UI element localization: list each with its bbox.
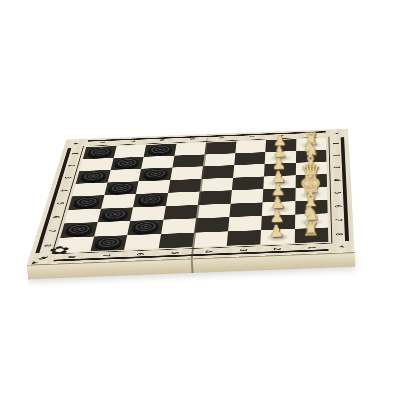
square[interactable] [97, 207, 133, 222]
corner-arrow-icon: ➤ [333, 132, 342, 135]
checker-piece[interactable] [80, 171, 107, 182]
coordinate-label: 4 [321, 177, 353, 183]
coordinate-label: 5 [321, 190, 353, 196]
square[interactable] [263, 175, 295, 189]
square[interactable] [161, 218, 196, 233]
square[interactable] [101, 194, 136, 208]
square[interactable] [165, 192, 199, 206]
square[interactable] [133, 193, 168, 207]
flower-icon: ✿ [49, 244, 70, 257]
board-face: 87654321 87654321 12345678 12345678 ✿ ❧ … [27, 129, 355, 265]
checker-piece[interactable] [64, 224, 93, 236]
checker-piece[interactable] [101, 209, 129, 221]
perspective-wrapper: 87654321 87654321 12345678 12345678 ✿ ❧ … [14, 0, 354, 265]
board-face-grid [56, 138, 328, 252]
checker-piece[interactable] [114, 158, 140, 168]
corner-arrow-icon: ➤ [71, 142, 80, 145]
square[interactable] [94, 221, 130, 236]
square[interactable] [261, 215, 295, 230]
checker-piece[interactable] [131, 221, 159, 233]
checker-piece[interactable] [108, 182, 135, 193]
coordinate-label: 4 [217, 132, 227, 144]
coordinate-label: 3 [247, 131, 256, 143]
square[interactable] [230, 189, 263, 203]
labels-right: 12345678 [330, 137, 345, 241]
coordinate-label: 5 [186, 133, 196, 145]
square[interactable] [263, 188, 296, 202]
product-photo-scene: 87654321 87654321 12345678 12345678 ✿ ❧ … [0, 0, 400, 400]
game-board: 87654321 87654321 12345678 12345678 ✿ ❧ … [27, 129, 355, 265]
checker-piece[interactable] [72, 196, 100, 207]
checker-piece[interactable] [137, 194, 164, 205]
fold-seam-side [191, 259, 194, 273]
square[interactable] [262, 201, 295, 216]
camera-tilt-wrapper: 87654321 87654321 12345678 12345678 ✿ ❧ … [0, 0, 400, 400]
square[interactable] [127, 220, 163, 235]
coordinate-label: 3 [321, 165, 352, 170]
coordinate-label: 7 [322, 217, 355, 223]
coordinate-label: 2 [321, 153, 352, 158]
square[interactable] [231, 176, 264, 190]
coordinate-label: 1 [307, 129, 316, 141]
coordinate-label: 1 [321, 141, 351, 146]
checker-piece[interactable] [147, 145, 172, 155]
coordinate-label: 2 [277, 130, 286, 142]
checker-piece[interactable] [87, 147, 113, 157]
coordinate-label: 6 [322, 203, 355, 209]
square[interactable] [130, 206, 165, 221]
square[interactable] [228, 216, 262, 231]
square[interactable] [229, 202, 263, 217]
square[interactable] [198, 190, 232, 204]
square[interactable] [163, 205, 198, 220]
square[interactable] [194, 217, 229, 232]
coordinate-label: 8 [322, 231, 356, 237]
square[interactable] [196, 203, 230, 218]
corner-arrow-icon: ➤ [337, 245, 347, 250]
checker-piece[interactable] [142, 169, 168, 180]
